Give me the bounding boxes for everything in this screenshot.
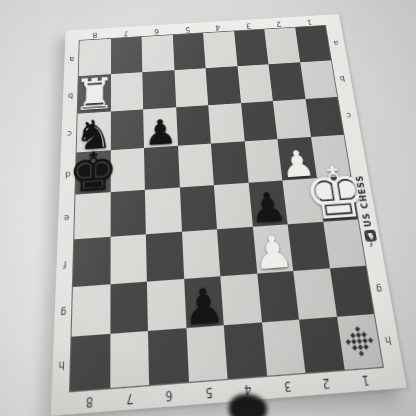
- square-b5: [174, 68, 208, 107]
- square-c7: [110, 109, 144, 150]
- file-label-right-a: a: [333, 39, 339, 46]
- square-a8: [79, 39, 111, 76]
- square-f6: [146, 232, 184, 282]
- square-c4: [208, 103, 244, 144]
- square-d4: [211, 142, 248, 186]
- square-b3: [237, 64, 273, 103]
- square-a1: [295, 26, 331, 62]
- square-b8: [78, 74, 111, 113]
- square-a4: [203, 31, 237, 68]
- square-c6: [143, 107, 177, 148]
- square-a7: [111, 37, 143, 74]
- file-label-left-f: f: [63, 258, 67, 268]
- square-h8: [70, 334, 110, 391]
- file-label-left-e: e: [64, 212, 70, 222]
- square-h6: [148, 328, 188, 385]
- rank-label-top-7: 7: [123, 29, 128, 36]
- file-label-left-g: g: [60, 307, 67, 318]
- rank-label-top-6: 6: [154, 27, 159, 34]
- square-h4: [224, 323, 267, 379]
- square-e4: [214, 183, 252, 229]
- square-e8: [74, 192, 110, 239]
- file-label-right-h: h: [384, 334, 392, 345]
- square-d6: [144, 146, 179, 190]
- rank-label-bottom-1: 1: [361, 373, 370, 386]
- square-f8: [73, 237, 110, 287]
- us-chess-wordmark: US CHESS: [355, 174, 373, 227]
- rank-label-bottom-3: 3: [283, 379, 292, 392]
- square-h1: [337, 314, 383, 369]
- square-e5: [179, 185, 217, 231]
- rank-label-top-1: 1: [306, 18, 312, 25]
- square-d7: [110, 148, 145, 192]
- file-label-right-b: b: [339, 74, 346, 82]
- square-c5: [176, 105, 211, 146]
- square-c3: [241, 101, 278, 142]
- square-e6: [145, 187, 182, 234]
- rank-label-bottom-6: 6: [165, 388, 173, 401]
- square-a3: [234, 29, 269, 66]
- square-g8: [72, 284, 110, 337]
- square-e1: [316, 176, 357, 222]
- square-g7: [110, 281, 148, 334]
- rank-label-top-3: 3: [246, 21, 252, 28]
- square-g3: [257, 270, 299, 322]
- rank-label-top-5: 5: [185, 25, 190, 32]
- chess-board: [70, 26, 383, 391]
- rank-label-bottom-8: 8: [86, 394, 94, 408]
- square-h3: [262, 320, 306, 376]
- square-b6: [142, 70, 175, 109]
- square-f3: [252, 224, 293, 273]
- square-g6: [147, 278, 186, 331]
- square-b7: [110, 72, 143, 111]
- square-d8: [75, 150, 110, 194]
- rank-label-top-8: 8: [93, 31, 98, 38]
- square-f1: [323, 219, 366, 268]
- rank-label-bottom-2: 2: [322, 376, 331, 389]
- square-b2: [268, 62, 305, 101]
- chess-mat: 8765432187654321abcdefghabcfgh ♜♞♚♟♟♟♟♟♚…: [51, 14, 407, 416]
- file-label-left-c: c: [67, 129, 72, 137]
- corner-diamond-logo: [343, 325, 376, 358]
- square-b1: [300, 60, 337, 98]
- square-c8: [77, 111, 111, 153]
- file-label-right-g: g: [375, 283, 383, 294]
- rank-label-top-2: 2: [276, 20, 282, 27]
- square-d3: [244, 139, 282, 182]
- square-f4: [217, 227, 257, 276]
- square-d1: [311, 135, 351, 178]
- square-f7: [110, 234, 147, 284]
- rank-label-bottom-5: 5: [205, 385, 213, 398]
- us-chess-knight-logo-icon: ♞: [364, 229, 377, 241]
- square-a5: [172, 33, 205, 70]
- square-h7: [110, 331, 149, 388]
- file-label-right-c: c: [346, 111, 352, 119]
- square-g4: [220, 273, 261, 325]
- square-e3: [248, 180, 287, 226]
- square-a2: [264, 28, 299, 64]
- square-d5: [178, 144, 214, 188]
- rank-label-top-4: 4: [215, 23, 221, 30]
- square-h5: [186, 326, 228, 382]
- square-c1: [305, 97, 344, 138]
- square-g5: [184, 276, 224, 329]
- square-f5: [181, 229, 220, 278]
- square-g1: [329, 265, 373, 317]
- file-label-left-b: b: [68, 91, 74, 99]
- square-a6: [142, 35, 174, 72]
- rank-label-bottom-7: 7: [126, 391, 133, 404]
- file-label-left-a: a: [69, 55, 74, 63]
- file-label-left-d: d: [65, 169, 71, 178]
- square-b4: [206, 66, 241, 105]
- square-e7: [110, 190, 146, 237]
- file-label-left-h: h: [58, 358, 65, 370]
